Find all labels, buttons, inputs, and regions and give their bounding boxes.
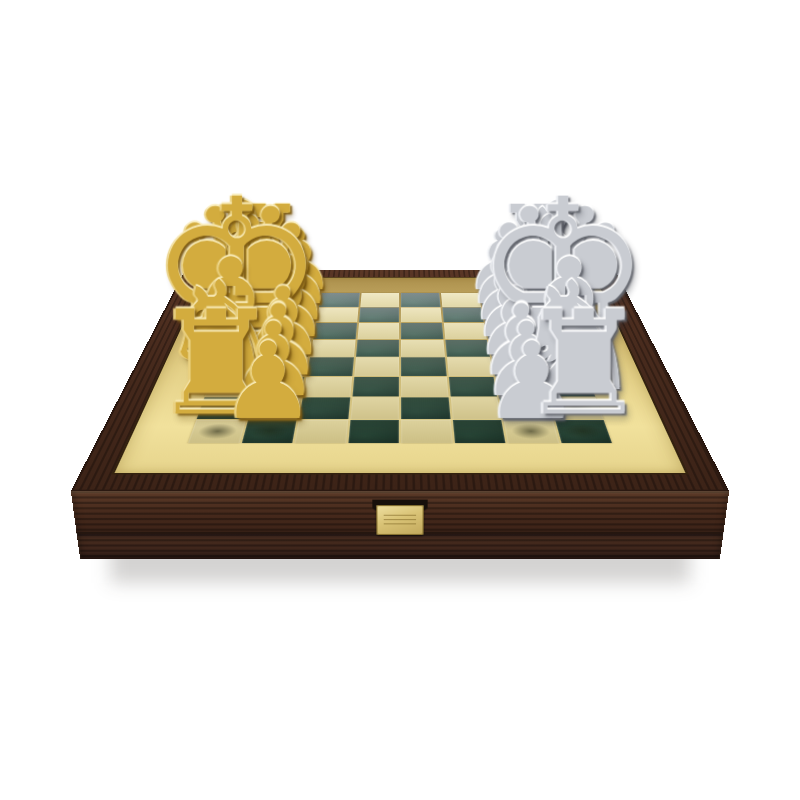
product-photo-luxury-chess-set: { "game": "chess", "scene": { "descripti… [0, 0, 800, 800]
square-r8c2: ♟ [241, 420, 296, 443]
wooden-case-lid: ♜♟♟♜♞♟♟♞♝♟♟♝♛♟♟♛♚♟♟♚♝♟♟♝♞♟♟♞♜♟♟♜ [71, 270, 729, 491]
gold-pawn: ♟ [141, 329, 395, 435]
scene-3d: ♜♟♟♜♞♟♟♞♝♟♟♝♛♟♟♛♚♟♟♚♝♟♟♝♞♟♟♞♜♟♟♜ [0, 0, 800, 800]
brass-clasp [376, 505, 424, 535]
chess-board: ♜♟♟♜♞♟♟♞♝♟♟♝♛♟♟♛♚♟♟♚♝♟♟♝♞♟♟♞♜♟♟♜ [188, 293, 612, 443]
silver-rook: ♜ [457, 291, 711, 436]
case-front-panel [71, 491, 729, 559]
square-r8c8: ♜ [555, 420, 612, 443]
brass-board-plate: ♜♟♟♜♞♟♟♞♝♟♟♝♛♟♟♛♚♟♟♚♝♟♟♝♞♟♟♞♜♟♟♜ [111, 277, 688, 474]
